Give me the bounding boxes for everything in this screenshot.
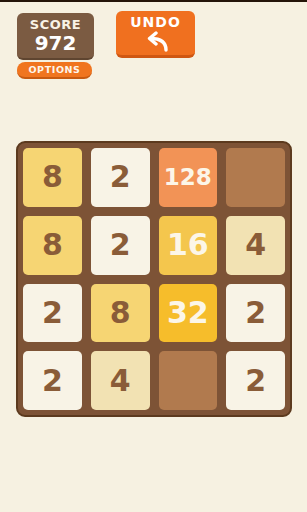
score-label: SCORE (30, 17, 81, 32)
tile-r0c2: 128 (159, 148, 218, 207)
score-value: 972 (35, 32, 77, 54)
tile-r3c0: 2 (23, 351, 82, 410)
undo-button[interactable]: UNDO (116, 11, 195, 58)
tile-r2c2: 32 (159, 284, 218, 343)
tile-r0c1: 2 (91, 148, 150, 207)
tile-r2c0: 2 (23, 284, 82, 343)
tile-r1c2: 16 (159, 216, 218, 275)
tile-r0c3 (226, 148, 285, 207)
tile-r1c1: 2 (91, 216, 150, 275)
undo-button-label: UNDO (130, 15, 181, 30)
tile-r3c2 (159, 351, 218, 410)
app-screen: SCORE 972 OPTIONS UNDO 8 2 128 8 2 16 4 … (0, 0, 307, 512)
game-board[interactable]: 8 2 128 8 2 16 4 2 8 32 2 2 4 2 (16, 141, 292, 417)
options-button[interactable]: OPTIONS (17, 62, 92, 79)
tile-r0c0: 8 (23, 148, 82, 207)
tile-r1c0: 8 (23, 216, 82, 275)
top-border (0, 0, 307, 2)
tile-r2c1: 8 (91, 284, 150, 343)
score-box: SCORE 972 (17, 13, 94, 60)
tile-r2c3: 2 (226, 284, 285, 343)
tile-r3c3: 2 (226, 351, 285, 410)
undo-arrow-icon (141, 31, 171, 52)
tile-r1c3: 4 (226, 216, 285, 275)
tile-r3c1: 4 (91, 351, 150, 410)
